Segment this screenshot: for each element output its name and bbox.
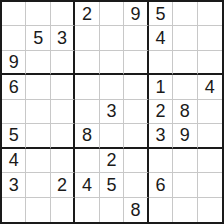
empty-cell-r6c5[interactable] [100, 124, 124, 148]
given-cell-r2c3: 3 [51, 26, 75, 50]
given-cell-r7c5: 2 [100, 149, 124, 173]
empty-cell-r7c6[interactable] [124, 149, 148, 173]
given-cell-r6c7: 3 [149, 124, 173, 148]
empty-cell-r2c6[interactable] [124, 26, 148, 50]
given-cell-r4c1: 6 [2, 75, 26, 99]
empty-cell-r4c5[interactable] [100, 75, 124, 99]
empty-cell-r8c6[interactable] [124, 173, 148, 197]
empty-cell-r7c9[interactable] [198, 149, 222, 173]
empty-cell-r1c8[interactable] [173, 2, 197, 26]
given-cell-r6c4: 8 [75, 124, 99, 148]
empty-cell-r7c3[interactable] [51, 149, 75, 173]
empty-cell-r2c9[interactable] [198, 26, 222, 50]
empty-cell-r1c9[interactable] [198, 2, 222, 26]
given-cell-r4c9: 4 [198, 75, 222, 99]
empty-cell-r6c2[interactable] [26, 124, 50, 148]
given-cell-r2c2: 5 [26, 26, 50, 50]
given-cell-r7c1: 4 [2, 149, 26, 173]
given-cell-r4c7: 1 [149, 75, 173, 99]
empty-cell-r9c4[interactable] [75, 198, 99, 222]
empty-cell-r5c2[interactable] [26, 100, 50, 124]
empty-cell-r9c1[interactable] [2, 198, 26, 222]
sudoku-board: 2955349614328583942324568 [0, 0, 224, 224]
empty-cell-r3c2[interactable] [26, 51, 50, 75]
empty-cell-r9c7[interactable] [149, 198, 173, 222]
empty-cell-r6c3[interactable] [51, 124, 75, 148]
empty-cell-r2c1[interactable] [2, 26, 26, 50]
empty-cell-r7c8[interactable] [173, 149, 197, 173]
given-cell-r8c3: 2 [51, 173, 75, 197]
empty-cell-r2c4[interactable] [75, 26, 99, 50]
empty-cell-r4c8[interactable] [173, 75, 197, 99]
given-cell-r8c5: 5 [100, 173, 124, 197]
given-cell-r2c7: 4 [149, 26, 173, 50]
empty-cell-r6c6[interactable] [124, 124, 148, 148]
empty-cell-r3c7[interactable] [149, 51, 173, 75]
empty-cell-r5c6[interactable] [124, 100, 148, 124]
empty-cell-r5c9[interactable] [198, 100, 222, 124]
empty-cell-r8c2[interactable] [26, 173, 50, 197]
empty-cell-r8c8[interactable] [173, 173, 197, 197]
given-cell-r1c6: 9 [124, 2, 148, 26]
empty-cell-r8c9[interactable] [198, 173, 222, 197]
empty-cell-r9c8[interactable] [173, 198, 197, 222]
given-cell-r8c4: 4 [75, 173, 99, 197]
empty-cell-r7c2[interactable] [26, 149, 50, 173]
given-cell-r1c4: 2 [75, 2, 99, 26]
empty-cell-r3c8[interactable] [173, 51, 197, 75]
empty-cell-r3c4[interactable] [75, 51, 99, 75]
empty-cell-r1c1[interactable] [2, 2, 26, 26]
empty-cell-r4c3[interactable] [51, 75, 75, 99]
empty-cell-r4c4[interactable] [75, 75, 99, 99]
empty-cell-r9c5[interactable] [100, 198, 124, 222]
empty-cell-r9c2[interactable] [26, 198, 50, 222]
given-cell-r5c7: 2 [149, 100, 173, 124]
given-cell-r9c6: 8 [124, 198, 148, 222]
empty-cell-r4c6[interactable] [124, 75, 148, 99]
empty-cell-r1c2[interactable] [26, 2, 50, 26]
empty-cell-r9c3[interactable] [51, 198, 75, 222]
empty-cell-r3c5[interactable] [100, 51, 124, 75]
given-cell-r6c8: 9 [173, 124, 197, 148]
empty-cell-r3c6[interactable] [124, 51, 148, 75]
empty-cell-r3c3[interactable] [51, 51, 75, 75]
empty-cell-r6c9[interactable] [198, 124, 222, 148]
empty-cell-r5c3[interactable] [51, 100, 75, 124]
empty-cell-r1c3[interactable] [51, 2, 75, 26]
empty-cell-r2c8[interactable] [173, 26, 197, 50]
empty-cell-r1c5[interactable] [100, 2, 124, 26]
empty-cell-r7c7[interactable] [149, 149, 173, 173]
empty-cell-r4c2[interactable] [26, 75, 50, 99]
given-cell-r6c1: 5 [2, 124, 26, 148]
given-cell-r8c1: 3 [2, 173, 26, 197]
empty-cell-r2c5[interactable] [100, 26, 124, 50]
given-cell-r3c1: 9 [2, 51, 26, 75]
empty-cell-r7c4[interactable] [75, 149, 99, 173]
empty-cell-r5c4[interactable] [75, 100, 99, 124]
given-cell-r1c7: 5 [149, 2, 173, 26]
empty-cell-r9c9[interactable] [198, 198, 222, 222]
empty-cell-r5c1[interactable] [2, 100, 26, 124]
given-cell-r8c7: 6 [149, 173, 173, 197]
given-cell-r5c8: 8 [173, 100, 197, 124]
given-cell-r5c5: 3 [100, 100, 124, 124]
empty-cell-r3c9[interactable] [198, 51, 222, 75]
